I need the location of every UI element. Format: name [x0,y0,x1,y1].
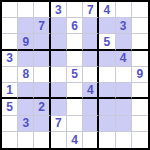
cell-r7c9[interactable] [132,99,148,115]
cell-r2c4[interactable] [51,18,67,34]
cell-r1c5[interactable] [67,2,83,18]
cell-r7c6[interactable] [83,99,99,115]
cell-r7c4[interactable] [51,99,67,115]
cell-r5c9[interactable]: 9 [132,67,148,83]
cell-r3c1[interactable] [2,34,18,50]
cell-r5c5[interactable]: 5 [67,67,83,83]
cell-r6c5[interactable] [67,83,83,99]
cell-r1c7[interactable]: 4 [99,2,115,18]
cell-r8c7[interactable] [99,116,115,132]
cell-r9c9[interactable] [132,132,148,148]
cell-r8c9[interactable] [132,116,148,132]
cell-r9c8[interactable] [116,132,132,148]
sudoku-app: 37476395348591452374 [0,0,150,150]
cell-r1c4[interactable]: 3 [51,2,67,18]
cell-r1c6[interactable]: 7 [83,2,99,18]
cell-r4c6[interactable] [83,51,99,67]
cell-r3c9[interactable] [132,34,148,50]
cell-r6c1[interactable]: 1 [2,83,18,99]
cell-r8c6[interactable] [83,116,99,132]
cell-r7c8[interactable] [116,99,132,115]
cell-r5c2[interactable]: 8 [18,67,34,83]
cell-r4c2[interactable] [18,51,34,67]
cell-r8c1[interactable] [2,116,18,132]
cell-r2c6[interactable] [83,18,99,34]
cell-r9c5[interactable]: 4 [67,132,83,148]
cell-r4c9[interactable] [132,51,148,67]
cell-r2c8[interactable]: 3 [116,18,132,34]
cell-r8c8[interactable] [116,116,132,132]
cell-r1c1[interactable] [2,2,18,18]
cell-r5c4[interactable] [51,67,67,83]
cell-r3c8[interactable] [116,34,132,50]
cell-r8c2[interactable]: 3 [18,116,34,132]
sudoku-board: 37476395348591452374 [0,0,150,150]
cell-r7c1[interactable]: 5 [2,99,18,115]
cell-r7c5[interactable] [67,99,83,115]
cell-r2c2[interactable] [18,18,34,34]
cell-r9c2[interactable] [18,132,34,148]
cell-r5c1[interactable] [2,67,18,83]
cell-r4c1[interactable]: 3 [2,51,18,67]
cell-r8c5[interactable] [67,116,83,132]
cell-r4c7[interactable] [99,51,115,67]
cell-r5c7[interactable] [99,67,115,83]
cell-r1c8[interactable] [116,2,132,18]
cell-r9c7[interactable] [99,132,115,148]
cell-r7c7[interactable] [99,99,115,115]
cell-r1c2[interactable] [18,2,34,18]
cell-r9c4[interactable] [51,132,67,148]
cell-r2c9[interactable] [132,18,148,34]
cell-r6c7[interactable] [99,83,115,99]
cell-r8c4[interactable]: 7 [51,116,67,132]
cell-r1c3[interactable] [34,2,50,18]
cell-r5c6[interactable] [83,67,99,83]
cell-r9c6[interactable] [83,132,99,148]
cell-r6c3[interactable] [34,83,50,99]
cell-r6c8[interactable] [116,83,132,99]
cell-r4c3[interactable] [34,51,50,67]
cell-r2c1[interactable] [2,18,18,34]
cell-r3c2[interactable]: 9 [18,34,34,50]
cell-r4c8[interactable]: 4 [116,51,132,67]
cell-r5c8[interactable] [116,67,132,83]
cell-r6c2[interactable] [18,83,34,99]
cell-r1c9[interactable] [132,2,148,18]
cell-r2c3[interactable]: 7 [34,18,50,34]
cell-r6c6[interactable]: 4 [83,83,99,99]
cell-r6c9[interactable] [132,83,148,99]
cell-r5c3[interactable] [34,67,50,83]
cell-r3c7[interactable]: 5 [99,34,115,50]
cell-r7c3[interactable]: 2 [34,99,50,115]
cell-r9c1[interactable] [2,132,18,148]
cell-r4c4[interactable] [51,51,67,67]
cell-r8c3[interactable] [34,116,50,132]
cell-r3c6[interactable] [83,34,99,50]
cell-r3c5[interactable] [67,34,83,50]
cell-r9c3[interactable] [34,132,50,148]
cell-r4c5[interactable] [67,51,83,67]
cell-r7c2[interactable] [18,99,34,115]
cell-r3c3[interactable] [34,34,50,50]
cell-r2c7[interactable] [99,18,115,34]
cell-r2c5[interactable]: 6 [67,18,83,34]
cell-r3c4[interactable] [51,34,67,50]
cell-r6c4[interactable] [51,83,67,99]
